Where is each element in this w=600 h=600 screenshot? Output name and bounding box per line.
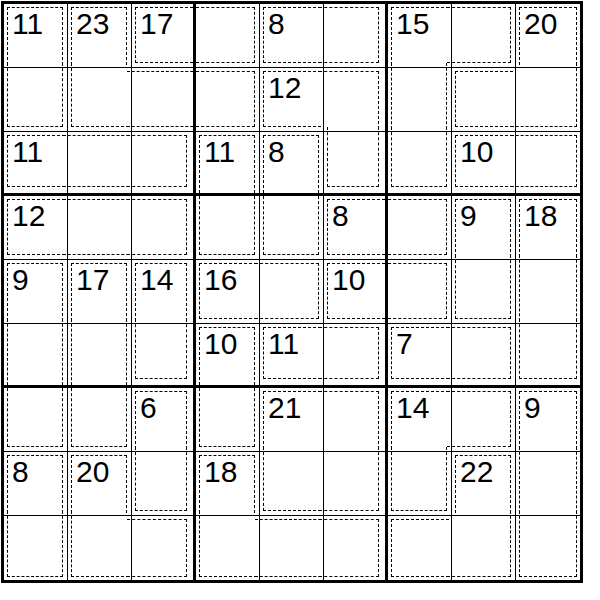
cell-r6c5[interactable]: 11 [260, 324, 324, 388]
cell-r3c7[interactable] [388, 132, 452, 196]
cell-r9c4[interactable] [196, 516, 260, 580]
cage-border [319, 391, 379, 454]
cage-border [519, 255, 577, 326]
cell-r8c7[interactable] [388, 452, 452, 516]
cage-border [255, 519, 326, 577]
cell-r3c8[interactable]: 10 [452, 132, 516, 196]
cage-sum: 15 [396, 7, 429, 40]
cell-r2c8[interactable] [452, 68, 516, 132]
cage-sum: 17 [140, 7, 173, 40]
cage-border [455, 255, 511, 319]
cell-r7c7[interactable]: 14 [388, 388, 452, 452]
cell-r5c3[interactable]: 14 [132, 260, 196, 324]
cage-border [511, 63, 577, 127]
cell-r4c1[interactable]: 12 [4, 196, 68, 260]
cell-r7c2[interactable] [68, 388, 132, 452]
cage-sum: 16 [204, 263, 237, 296]
cage-border [191, 71, 255, 127]
cage-border [71, 319, 127, 390]
cell-r2c6[interactable] [324, 68, 388, 132]
cell-r1c4[interactable] [196, 4, 260, 68]
cage-sum: 12 [12, 199, 45, 232]
cage-sum: 17 [76, 263, 109, 296]
cell-r5c5[interactable] [260, 260, 324, 324]
cell-r4c3[interactable] [132, 196, 196, 260]
cell-r2c3[interactable] [132, 68, 196, 132]
cell-r2c9[interactable] [516, 68, 580, 132]
cell-r7c6[interactable] [324, 388, 388, 452]
cell-r2c2[interactable] [68, 68, 132, 132]
cage-border [199, 191, 255, 255]
killer-sudoku-board: 1123178152012111181012891891714161010117… [1, 1, 583, 583]
cage-border [319, 71, 379, 134]
cage-border [71, 383, 127, 447]
cell-r3c2[interactable] [68, 132, 132, 196]
cage-border [519, 319, 577, 379]
cell-r4c6[interactable]: 8 [324, 196, 388, 260]
cell-r8c8[interactable]: 22 [452, 452, 516, 516]
cell-r8c2[interactable]: 20 [68, 452, 132, 516]
cell-r6c8[interactable] [452, 324, 516, 388]
cage-sum: 14 [396, 391, 429, 424]
cell-r6c1[interactable] [4, 324, 68, 388]
cage-border [63, 135, 134, 187]
cell-r9c7[interactable] [388, 516, 452, 580]
cage-border [447, 327, 511, 379]
cell-r5c6[interactable]: 10 [324, 260, 388, 324]
cage-sum: 18 [204, 455, 237, 488]
cage-border [71, 511, 134, 577]
cell-r7c9[interactable]: 9 [516, 388, 580, 452]
cage-border [519, 511, 577, 577]
cell-r8c5[interactable] [260, 452, 324, 516]
cage-sum: 8 [12, 455, 29, 488]
cell-r2c1[interactable] [4, 68, 68, 132]
cage-border [511, 135, 577, 187]
cage-border [199, 383, 255, 447]
cell-r8c1[interactable]: 8 [4, 452, 68, 516]
cell-r8c4[interactable]: 18 [196, 452, 260, 516]
cell-r4c2[interactable] [68, 196, 132, 260]
cage-sum: 9 [524, 391, 541, 424]
cage-sum: 10 [332, 263, 365, 296]
cage-border [127, 135, 187, 187]
cage-sum: 8 [332, 199, 349, 232]
cell-r8c6[interactable] [324, 452, 388, 516]
cell-r9c3[interactable] [132, 516, 196, 580]
cage-border [391, 519, 454, 577]
cage-border [319, 7, 379, 63]
cell-r1c2[interactable]: 23 [68, 4, 132, 68]
cage-border [263, 447, 326, 511]
cage-sum: 8 [268, 135, 285, 168]
cage-border [327, 127, 379, 187]
cell-r8c3[interactable] [132, 452, 196, 516]
cell-r5c1[interactable]: 9 [4, 260, 68, 324]
cell-r6c9[interactable] [516, 324, 580, 388]
cage-border [391, 127, 447, 187]
cage-sum: 10 [460, 135, 493, 168]
cage-border [7, 63, 63, 127]
cell-r9c6[interactable] [324, 516, 388, 580]
cage-border [391, 63, 447, 134]
cell-r1c7[interactable]: 15 [388, 4, 452, 68]
cage-sum: 11 [268, 327, 299, 360]
cage-sum: 20 [524, 7, 557, 40]
cell-r1c1[interactable]: 11 [4, 4, 68, 68]
cell-r3c1[interactable]: 11 [4, 132, 68, 196]
cage-border [127, 199, 187, 255]
cell-r7c5[interactable]: 21 [260, 388, 324, 452]
cell-r9c8[interactable] [452, 516, 516, 580]
cage-border [263, 191, 319, 255]
cage-sum: 18 [524, 199, 557, 232]
cage-border [447, 7, 511, 63]
cage-sum: 20 [76, 455, 109, 488]
cage-sum: 21 [268, 391, 301, 424]
cell-r4c5[interactable] [260, 196, 324, 260]
cage-sum: 11 [204, 135, 235, 168]
cell-r1c3[interactable]: 17 [132, 4, 196, 68]
cage-border [7, 319, 63, 390]
cage-border [191, 7, 255, 63]
cell-r9c2[interactable] [68, 516, 132, 580]
cage-sum: 11 [12, 7, 43, 40]
cell-r1c5[interactable]: 8 [260, 4, 324, 68]
cell-r2c7[interactable] [388, 68, 452, 132]
cage-sum: 9 [460, 199, 477, 232]
cage-border [63, 199, 134, 255]
cage-border [319, 519, 379, 577]
cage-border [383, 199, 447, 255]
cage-border [319, 327, 379, 379]
cage-border [391, 447, 447, 511]
cage-border [135, 447, 187, 511]
cell-r3c6[interactable] [324, 132, 388, 196]
cage-border [255, 263, 319, 319]
cell-r1c8[interactable] [452, 4, 516, 68]
cage-sum: 22 [460, 455, 493, 488]
cage-border [383, 263, 447, 319]
cell-r5c8[interactable] [452, 260, 516, 324]
cell-r7c4[interactable] [196, 388, 260, 452]
cage-border [455, 71, 518, 127]
cage-sum: 14 [140, 263, 173, 296]
cell-r5c9[interactable] [516, 260, 580, 324]
cage-border [7, 511, 63, 577]
cell-r4c4[interactable] [196, 196, 260, 260]
cell-r8c9[interactable] [516, 452, 580, 516]
cell-r9c5[interactable] [260, 516, 324, 580]
cell-r1c9[interactable]: 20 [516, 4, 580, 68]
cage-sum: 8 [268, 7, 285, 40]
cage-border [127, 519, 187, 577]
cage-sum: 10 [204, 327, 237, 360]
cell-r5c2[interactable]: 17 [68, 260, 132, 324]
cell-r6c2[interactable] [68, 324, 132, 388]
cage-sum: 7 [396, 327, 413, 360]
cell-r5c4[interactable]: 16 [196, 260, 260, 324]
cage-border [71, 63, 134, 127]
cell-r3c5[interactable]: 8 [260, 132, 324, 196]
cell-r6c3[interactable] [132, 324, 196, 388]
cell-r5c7[interactable] [388, 260, 452, 324]
cell-r2c4[interactable] [196, 68, 260, 132]
cage-sum: 23 [76, 7, 109, 40]
cell-r2c5[interactable]: 12 [260, 68, 324, 132]
cell-r7c3[interactable]: 6 [132, 388, 196, 452]
cage-border [447, 391, 511, 447]
cell-r9c9[interactable] [516, 516, 580, 580]
cell-r7c8[interactable] [452, 388, 516, 452]
cage-border [319, 447, 379, 511]
cage-border [199, 511, 262, 577]
cage-border [7, 383, 63, 447]
cell-r6c4[interactable]: 10 [196, 324, 260, 388]
cage-sum: 12 [268, 71, 301, 104]
cell-r6c6[interactable] [324, 324, 388, 388]
cage-sum: 6 [140, 391, 157, 424]
cell-r1c6[interactable] [324, 4, 388, 68]
cage-border [135, 319, 187, 379]
cell-r3c3[interactable] [132, 132, 196, 196]
cell-r9c1[interactable] [4, 516, 68, 580]
cell-r4c9[interactable]: 18 [516, 196, 580, 260]
cell-r6c7[interactable]: 7 [388, 324, 452, 388]
cell-r4c8[interactable]: 9 [452, 196, 516, 260]
cage-sum: 9 [12, 263, 29, 296]
cage-border [127, 71, 198, 127]
cell-r4c7[interactable] [388, 196, 452, 260]
cage-border [447, 511, 511, 577]
cage-border [519, 447, 577, 518]
cell-r3c4[interactable]: 11 [196, 132, 260, 196]
cell-r3c9[interactable] [516, 132, 580, 196]
cell-r7c1[interactable] [4, 388, 68, 452]
cage-sum: 11 [12, 135, 43, 168]
